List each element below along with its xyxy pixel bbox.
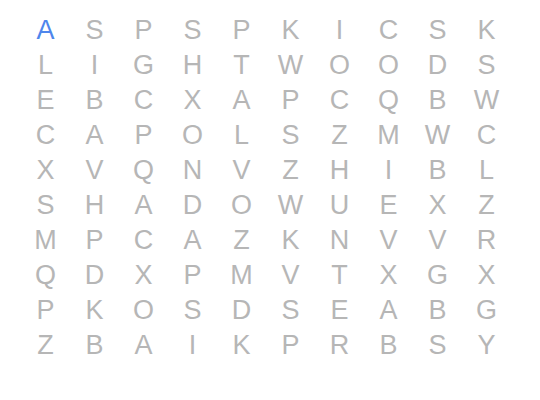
grid-cell[interactable]: B [70, 328, 119, 363]
grid-cell[interactable]: A [119, 328, 168, 363]
grid-cell[interactable]: O [364, 48, 413, 83]
grid-cell[interactable]: P [168, 258, 217, 293]
grid-cell[interactable]: B [364, 328, 413, 363]
grid-cell[interactable]: W [413, 118, 462, 153]
grid-cell[interactable]: Y [462, 328, 511, 363]
grid-cell[interactable]: C [462, 118, 511, 153]
grid-cell[interactable]: G [119, 48, 168, 83]
grid-cell[interactable]: P [119, 13, 168, 48]
grid-cell[interactable]: Z [217, 223, 266, 258]
grid-cell[interactable]: C [21, 118, 70, 153]
grid-cell[interactable]: P [70, 223, 119, 258]
grid-cell[interactable]: V [364, 223, 413, 258]
grid-cell[interactable]: X [21, 153, 70, 188]
grid-cell[interactable]: S [462, 48, 511, 83]
grid-cell[interactable]: B [70, 83, 119, 118]
word-search-grid: ASPSPKICSKLIGHTWOODSEBCXAPCQBWCAPOLSZMWC… [21, 13, 511, 363]
grid-cell[interactable]: D [168, 188, 217, 223]
grid-cell[interactable]: M [21, 223, 70, 258]
grid-cell[interactable]: A [119, 188, 168, 223]
grid-cell[interactable]: X [462, 258, 511, 293]
grid-cell[interactable]: I [70, 48, 119, 83]
grid-cell[interactable]: B [413, 83, 462, 118]
grid-cell[interactable]: O [217, 188, 266, 223]
grid-cell[interactable]: Z [21, 328, 70, 363]
grid-cell[interactable]: S [168, 13, 217, 48]
grid-cell[interactable]: X [364, 258, 413, 293]
grid-cell[interactable]: S [413, 13, 462, 48]
grid-cell[interactable]: K [462, 13, 511, 48]
grid-cell[interactable]: K [217, 328, 266, 363]
grid-cell[interactable]: G [462, 293, 511, 328]
grid-cell[interactable]: V [413, 223, 462, 258]
grid-cell[interactable]: Q [364, 83, 413, 118]
grid-cell[interactable]: O [168, 118, 217, 153]
grid-cell[interactable]: B [413, 293, 462, 328]
grid-cell[interactable]: W [266, 188, 315, 223]
grid-cell[interactable]: N [315, 223, 364, 258]
grid-cell[interactable]: P [119, 118, 168, 153]
grid-cell[interactable]: S [70, 13, 119, 48]
grid-cell[interactable]: C [364, 13, 413, 48]
grid-cell[interactable]: S [266, 118, 315, 153]
grid-cell[interactable]: H [315, 153, 364, 188]
grid-cell[interactable]: V [266, 258, 315, 293]
grid-cell[interactable]: O [119, 293, 168, 328]
grid-cell[interactable]: K [266, 223, 315, 258]
grid-cell[interactable]: S [266, 293, 315, 328]
grid-cell[interactable]: T [315, 258, 364, 293]
grid-cell[interactable]: K [70, 293, 119, 328]
grid-cell[interactable]: C [119, 83, 168, 118]
grid-cell[interactable]: V [70, 153, 119, 188]
grid-cell-selected[interactable]: A [21, 13, 70, 48]
grid-cell[interactable]: P [266, 328, 315, 363]
grid-cell[interactable]: S [413, 328, 462, 363]
grid-cell[interactable]: D [217, 293, 266, 328]
grid-cell[interactable]: P [266, 83, 315, 118]
grid-cell[interactable]: I [364, 153, 413, 188]
grid-cell[interactable]: M [364, 118, 413, 153]
grid-cell[interactable]: B [413, 153, 462, 188]
grid-cell[interactable]: A [168, 223, 217, 258]
grid-cell[interactable]: E [315, 293, 364, 328]
grid-cell[interactable]: I [315, 13, 364, 48]
grid-cell[interactable]: Q [119, 153, 168, 188]
grid-cell[interactable]: A [364, 293, 413, 328]
grid-cell[interactable]: L [217, 118, 266, 153]
grid-cell[interactable]: A [217, 83, 266, 118]
grid-cell[interactable]: P [21, 293, 70, 328]
grid-cell[interactable]: L [21, 48, 70, 83]
grid-cell[interactable]: Z [266, 153, 315, 188]
grid-cell[interactable]: S [168, 293, 217, 328]
grid-cell[interactable]: A [70, 118, 119, 153]
grid-cell[interactable]: X [168, 83, 217, 118]
grid-cell[interactable]: O [315, 48, 364, 83]
grid-cell[interactable]: D [70, 258, 119, 293]
grid-cell[interactable]: W [462, 83, 511, 118]
grid-cell[interactable]: T [217, 48, 266, 83]
grid-cell[interactable]: R [462, 223, 511, 258]
grid-cell[interactable]: Q [21, 258, 70, 293]
grid-cell[interactable]: C [315, 83, 364, 118]
grid-cell[interactable]: H [70, 188, 119, 223]
grid-cell[interactable]: I [168, 328, 217, 363]
grid-cell[interactable]: K [266, 13, 315, 48]
grid-cell[interactable]: Z [315, 118, 364, 153]
grid-cell[interactable]: N [168, 153, 217, 188]
grid-cell[interactable]: X [119, 258, 168, 293]
grid-cell[interactable]: P [217, 13, 266, 48]
grid-cell[interactable]: R [315, 328, 364, 363]
grid-cell[interactable]: U [315, 188, 364, 223]
grid-cell[interactable]: W [266, 48, 315, 83]
grid-cell[interactable]: X [413, 188, 462, 223]
grid-cell[interactable]: V [217, 153, 266, 188]
grid-cell[interactable]: Z [462, 188, 511, 223]
grid-cell[interactable]: S [21, 188, 70, 223]
grid-cell[interactable]: L [462, 153, 511, 188]
grid-cell[interactable]: E [21, 83, 70, 118]
grid-cell[interactable]: H [168, 48, 217, 83]
grid-cell[interactable]: M [217, 258, 266, 293]
grid-cell[interactable]: C [119, 223, 168, 258]
grid-cell[interactable]: G [413, 258, 462, 293]
grid-cell[interactable]: E [364, 188, 413, 223]
grid-cell[interactable]: D [413, 48, 462, 83]
